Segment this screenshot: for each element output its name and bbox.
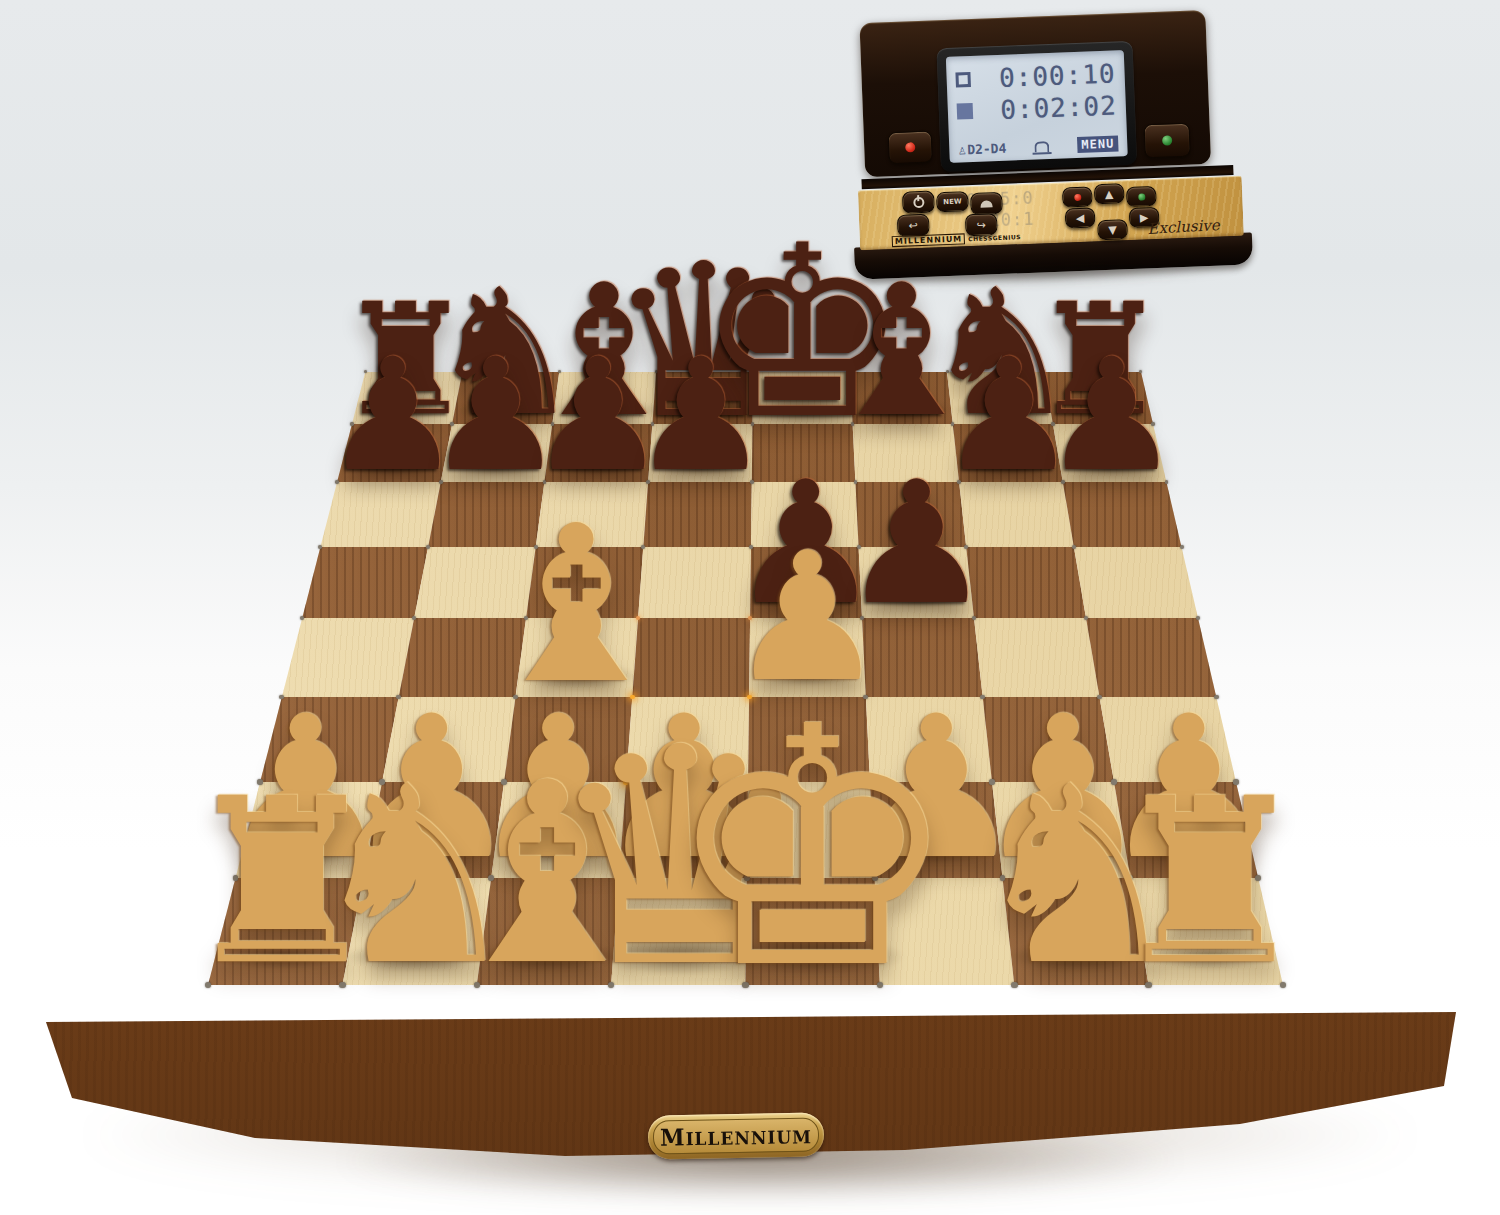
red-dot-icon xyxy=(1074,193,1081,200)
dome-icon xyxy=(980,200,992,207)
bell-icon xyxy=(1034,141,1049,153)
arrow-up-icon: ▲ xyxy=(1105,188,1114,199)
hint-button[interactable] xyxy=(970,192,1003,215)
red-function-button[interactable] xyxy=(1062,186,1093,207)
corner-dot xyxy=(1072,545,1076,549)
redo-arrow-icon: ↪ xyxy=(976,219,986,230)
up-button[interactable]: ▲ xyxy=(1094,183,1125,204)
green-dot-icon xyxy=(1162,135,1172,145)
corner-dot xyxy=(1180,545,1184,549)
menu-button[interactable]: MENU xyxy=(1077,135,1118,153)
arrow-down-icon: ▼ xyxy=(1108,224,1117,235)
corner-dot xyxy=(1196,616,1200,620)
down-button[interactable]: ▼ xyxy=(1097,219,1128,240)
nameplate-inner: MILLENNIUM xyxy=(653,1118,820,1155)
scene: ♜♞♝♛♚♝♞♜♟♟♟♟♟♟♟♟♝♟♟♟♟♟♟♟♟♜♞♝♛♚♞♜ MILLENN… xyxy=(0,0,1500,1215)
bell-wrap xyxy=(1006,139,1077,153)
power-icon xyxy=(913,196,924,207)
last-move: ♙D2-D4 xyxy=(958,140,1007,157)
piece-white-rook-h1[interactable]: ♜ xyxy=(1096,768,1324,996)
corner-dot xyxy=(426,545,430,549)
lcd-status-row: ♙D2-D4 MENU xyxy=(958,135,1118,157)
clock-top-panel: 0:00:10 0:02:02 ♙D2-D4 MENU xyxy=(859,10,1211,177)
white-turn-indicator-icon xyxy=(955,72,971,88)
lcd-screen: 0:00:10 0:02:02 ♙D2-D4 MENU xyxy=(946,50,1128,163)
lcd-bezel: 0:00:10 0:02:02 ♙D2-D4 MENU xyxy=(936,41,1137,172)
green-function-button[interactable] xyxy=(1126,186,1157,207)
white-time: 0:00:10 xyxy=(970,58,1116,94)
board-nameplate: MILLENNIUM xyxy=(648,1112,825,1159)
red-button[interactable] xyxy=(888,131,933,165)
black-clock-row: 0:02:02 xyxy=(956,89,1117,127)
piece-white-king-e1[interactable]: ♚ xyxy=(647,684,977,1014)
move-text: D2-D4 xyxy=(967,140,1007,156)
black-time: 0:02:02 xyxy=(972,90,1117,126)
new-game-button[interactable]: NEW xyxy=(936,191,969,212)
edition-label: Exclusive xyxy=(1147,216,1220,238)
red-dot-icon xyxy=(905,142,915,152)
piece-black-pawn-h7[interactable]: ♟ xyxy=(1034,338,1189,493)
green-button[interactable] xyxy=(1144,123,1191,159)
move-piece-icon: ♙ xyxy=(958,142,966,157)
black-turn-indicator-icon xyxy=(957,103,974,120)
green-dot-icon xyxy=(1138,193,1145,200)
arrow-left-icon: ◀ xyxy=(1076,212,1085,223)
nameplate-text: MILLENNIUM xyxy=(660,1121,812,1151)
left-button[interactable]: ◀ xyxy=(1065,207,1096,228)
